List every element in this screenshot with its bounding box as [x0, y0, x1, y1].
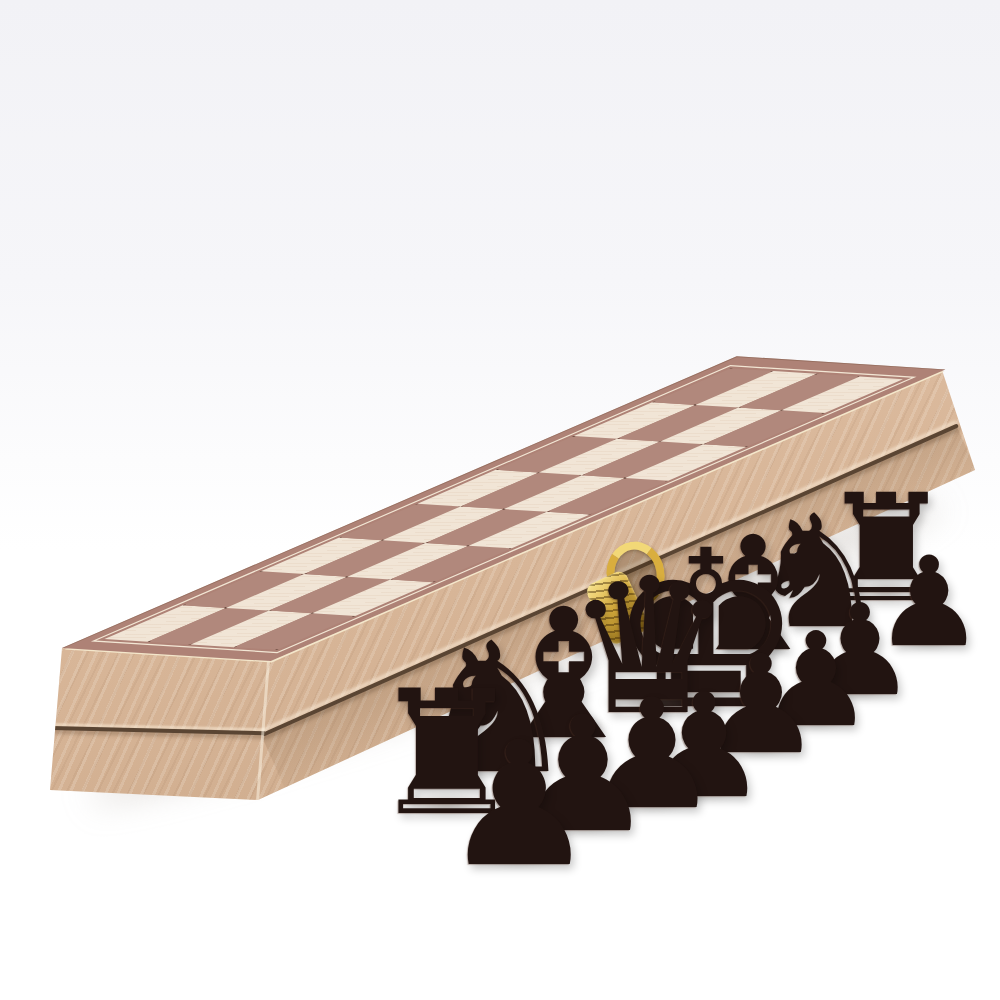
piece-black-pawn: ♟: [442, 719, 596, 891]
product-photo-chess-set: ♜♞♟♝♟♛♟♚♟♝♟♞♟♜♟♟: [0, 0, 1000, 1000]
lid-seam-left: [52, 726, 265, 735]
